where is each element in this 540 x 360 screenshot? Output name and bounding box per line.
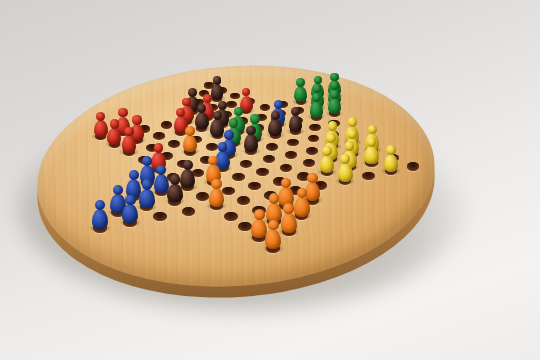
board-hole[interactable] [161,121,172,129]
peg-body [294,86,307,102]
peg-head [124,127,134,137]
board-hole[interactable] [168,140,180,148]
peg-head [268,220,279,231]
peg-head [348,117,357,126]
scene [0,0,540,360]
peg-head [250,114,259,123]
peg-head [142,179,152,189]
board-hole[interactable] [407,162,419,170]
peg-body [94,120,108,137]
peg-head [367,137,377,147]
board-hole[interactable] [240,160,252,168]
board-hole[interactable] [153,132,165,140]
peg-head [183,160,193,170]
peg-head [203,94,212,103]
peg-body [328,98,341,114]
peg-body [180,169,195,188]
peg-head [213,76,222,85]
peg-head [271,111,280,120]
peg-body [294,197,310,216]
peg-head [132,115,141,124]
peg-head [118,108,127,117]
peg-body [154,174,169,193]
peg-head [307,173,317,183]
board-hole[interactable] [266,143,278,151]
peg-head [386,145,396,155]
peg-body [167,184,182,203]
board-hole[interactable] [306,147,318,155]
peg-head [224,130,234,140]
peg-body [310,101,323,117]
peg-body [92,209,108,229]
peg-body [338,163,353,181]
peg-body [364,146,379,164]
board-hole[interactable] [303,159,315,167]
peg-head [110,119,119,128]
board-hole[interactable] [280,164,293,172]
peg-head [328,121,337,130]
peg-body [244,134,258,152]
peg-head [274,100,283,109]
peg-head [296,78,305,87]
peg-head [154,143,164,153]
peg-head [211,179,221,189]
peg-head [330,90,339,99]
peg-head [269,193,279,203]
peg-body [289,115,303,132]
peg-body [195,112,209,129]
peg-head [326,133,336,143]
peg-head [330,81,339,90]
peg-head [283,203,294,214]
board-hole[interactable] [362,172,375,181]
board-hole[interactable] [182,207,196,216]
peg-body [281,213,297,233]
peg-head [246,126,256,136]
peg-body [209,188,224,207]
peg-head [330,73,338,81]
peg-head [322,146,332,156]
peg-body [122,135,136,153]
peg-body [139,189,154,208]
peg-head [185,126,195,136]
peg-head [347,129,357,139]
peg-body [305,182,320,201]
peg-head [170,174,180,184]
board-hole[interactable] [309,124,320,132]
peg-body [122,204,138,223]
peg-head [188,88,197,97]
peg-head [125,195,135,205]
board-hole[interactable] [263,155,275,163]
peg-body [183,135,197,153]
board-hole[interactable] [224,212,238,221]
peg-head [218,101,227,110]
peg-head [129,170,139,180]
peg-body [210,119,224,136]
board-hole[interactable] [196,192,209,201]
board-hole[interactable] [285,151,297,159]
board-hole[interactable] [232,173,245,182]
peg-head [312,93,321,102]
peg-head [254,209,265,220]
peg-head [229,118,238,127]
peg-head [314,76,323,85]
